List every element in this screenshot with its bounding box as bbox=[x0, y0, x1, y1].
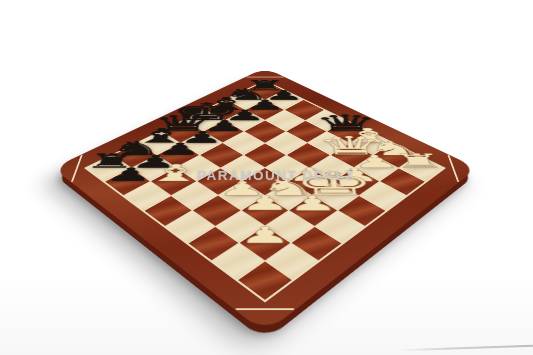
chess-board: ♜♟♛♝♞♜♞♟♛♟♝♟♟♚♟♟♚♛♟♞♟♝♟♟♟♞♟♝♟♜♟ bbox=[53, 68, 477, 333]
corner-inlay-line bbox=[236, 308, 295, 310]
watermark-text: PARAMOUNT DEALZ bbox=[197, 168, 355, 183]
photo-stage: ♜♟♛♝♞♜♞♟♛♟♝♟♟♚♟♟♚♛♟♞♟♝♟♟♟♞♟♝♟♜♟ PARAMOUN… bbox=[0, 0, 533, 355]
backdrop-edge-line bbox=[400, 345, 533, 352]
corner-inlay-line bbox=[447, 155, 459, 182]
corner-inlay-line bbox=[71, 155, 83, 182]
